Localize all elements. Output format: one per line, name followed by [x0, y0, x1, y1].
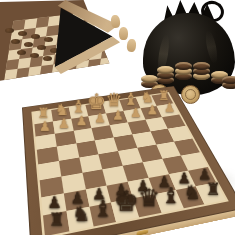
black-pawn: ♟: [178, 170, 192, 185]
white-bishop: ♝: [123, 91, 138, 108]
black-pawn: ♟: [92, 186, 106, 202]
black-rook: ♜: [49, 212, 65, 230]
white-knight: ♞: [54, 102, 68, 117]
square: [137, 145, 162, 162]
board-inner-border: ♜♞♝♚♛♝♞♜♟♟♟♟♟♟♟♟♟♟♟♟♟♟♟♟♜♞♝♚♛♝♞♜: [31, 92, 228, 235]
checker-piece: [44, 37, 53, 42]
black-pawn: ♟: [47, 194, 62, 210]
brass-clasp: [136, 229, 148, 235]
white-rook: ♜: [158, 90, 170, 103]
checker-piece: [18, 31, 27, 36]
black-pawn: ♟: [70, 190, 84, 206]
white-rook: ♜: [37, 107, 49, 121]
checker-piece: [31, 34, 40, 39]
checker-piece: [24, 42, 33, 47]
loose-pawn: [126, 39, 136, 53]
square: [168, 126, 192, 142]
chess-board-grid: ♜♞♝♚♛♝♞♜♟♟♟♟♟♟♟♟♟♟♟♟♟♟♟♟♜♞♝♚♛♝♞♜: [33, 93, 225, 235]
black-pawn: ♟: [136, 178, 150, 194]
square: [118, 148, 142, 166]
checker-piece: [37, 45, 46, 50]
black-rook: ♜: [206, 182, 221, 199]
chess-board: ♜♞♝♚♛♝♞♜♟♟♟♟♟♟♟♟♟♟♟♟♟♟♟♟♜♞♝♚♛♝♞♜: [23, 87, 235, 235]
black-pawn: ♟: [198, 166, 212, 181]
square: ♜: [43, 211, 69, 235]
product-photo: ♜♞♝♚♛♝♞♜♟♟♟♟♟♟♟♟♟♟♟♟♟♟♟♟♜♞♝♚♛♝♞♜: [0, 0, 235, 235]
white-bishop: ♝: [72, 98, 87, 115]
square: ♟: [64, 189, 90, 211]
black-pawn: ♟: [114, 182, 128, 198]
square: [82, 169, 107, 189]
chess-board-scene: ♜♞♝♚♛♝♞♜♟♟♟♟♟♟♟♟♟♟♟♟♟♟♟♟♜♞♝♚♛♝♞♜: [0, 55, 235, 235]
square: [174, 139, 199, 156]
checker-piece: [5, 28, 14, 33]
loose-pawn: [110, 15, 120, 29]
loose-pawn: [119, 27, 128, 40]
checker-piece: [11, 39, 20, 44]
